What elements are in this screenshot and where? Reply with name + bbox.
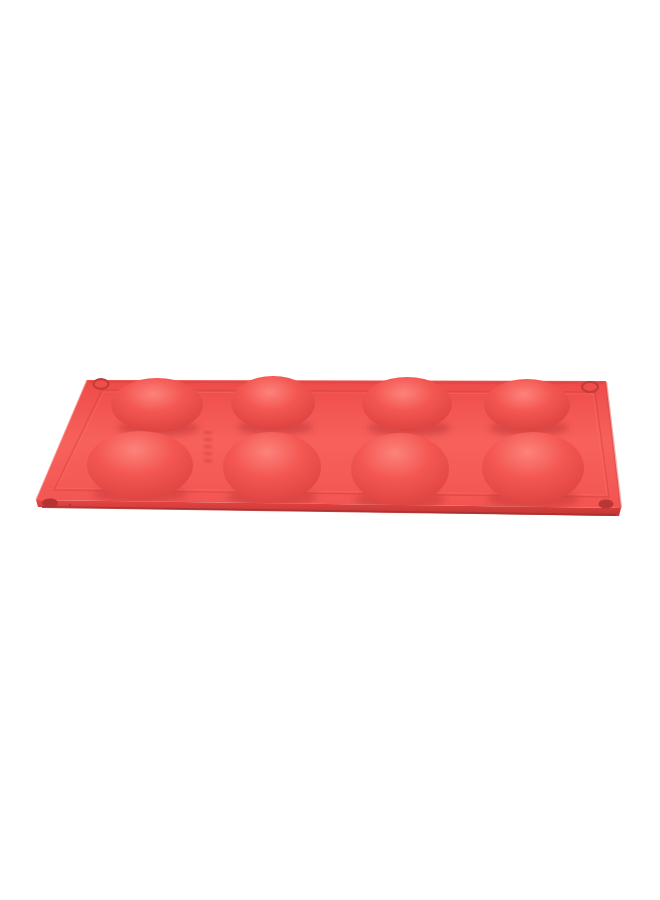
emboss-stroke xyxy=(204,452,212,455)
hanging-hole-top-right xyxy=(582,382,598,392)
product-photo-canvas xyxy=(0,0,660,900)
dome-cavity-2 xyxy=(231,376,315,430)
emboss-stroke xyxy=(204,445,212,448)
silicone-mold-photo xyxy=(0,0,660,900)
dome-cavity-6 xyxy=(223,432,321,502)
dome-cavity-1 xyxy=(111,378,203,432)
surface-speck xyxy=(69,504,72,507)
emboss-stroke xyxy=(204,438,212,441)
hanging-hole-bottom-left xyxy=(42,498,58,507)
emboss-stroke xyxy=(204,459,212,462)
dome-cavity-8 xyxy=(482,432,584,504)
dome-cavity-3 xyxy=(362,377,452,431)
mold-tray xyxy=(36,376,621,516)
hanging-hole-bottom-right xyxy=(599,499,614,508)
dome-cavity-4 xyxy=(484,379,570,431)
dome-cavity-5 xyxy=(87,431,193,499)
dome-cavity-7 xyxy=(351,433,449,505)
emboss-stroke xyxy=(204,431,212,434)
hanging-hole-top-left xyxy=(94,379,109,389)
